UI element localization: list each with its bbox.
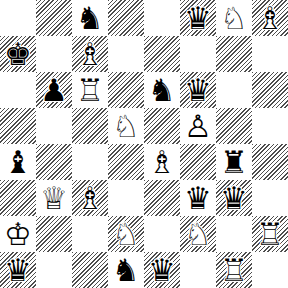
white-bishop-icon: ♗ (252, 0, 288, 36)
black-knight-icon: ♞ (72, 0, 108, 36)
square-f2[interactable]: ♞♘ (180, 216, 216, 252)
black-queen-icon: ♛ (180, 72, 216, 108)
square-d3[interactable] (108, 180, 144, 216)
square-f8[interactable]: ♛♛ (180, 0, 216, 36)
square-h3[interactable] (252, 180, 288, 216)
black-king-icon: ♚ (0, 36, 36, 72)
square-d8[interactable] (108, 0, 144, 36)
square-h8[interactable]: ♝♗ (252, 0, 288, 36)
square-d7[interactable] (108, 36, 144, 72)
square-e7[interactable] (144, 36, 180, 72)
square-h1[interactable] (252, 252, 288, 288)
square-a7[interactable]: ♚♚ (0, 36, 36, 72)
square-b4[interactable] (36, 144, 72, 180)
square-c5[interactable] (72, 108, 108, 144)
square-g2[interactable] (216, 216, 252, 252)
black-pawn-icon: ♟ (36, 72, 72, 108)
white-knight-icon: ♘ (216, 0, 252, 36)
square-e3[interactable] (144, 180, 180, 216)
black-bishop-icon: ♝ (0, 144, 36, 180)
square-f7[interactable] (180, 36, 216, 72)
square-h6[interactable] (252, 72, 288, 108)
chess-board: ♞♞♛♛♞♘♝♗♚♚♝♗♟♟♜♖♞♞♛♛♞♘♟♙♝♝♝♗♜♜♛♕♝♗♛♛♛♛♚♔… (0, 0, 288, 288)
square-e4[interactable]: ♝♗ (144, 144, 180, 180)
square-b6[interactable]: ♟♟ (36, 72, 72, 108)
white-queen-icon: ♕ (36, 180, 72, 216)
square-h7[interactable] (252, 36, 288, 72)
black-rook-icon: ♜ (216, 144, 252, 180)
square-g5[interactable] (216, 108, 252, 144)
square-g1[interactable]: ♜♖ (216, 252, 252, 288)
square-a8[interactable] (0, 0, 36, 36)
square-a5[interactable] (0, 108, 36, 144)
square-c2[interactable] (72, 216, 108, 252)
white-knight-icon: ♘ (108, 108, 144, 144)
square-f4[interactable] (180, 144, 216, 180)
white-bishop-icon: ♗ (72, 36, 108, 72)
square-b2[interactable] (36, 216, 72, 252)
square-d1[interactable]: ♞♞ (108, 252, 144, 288)
chess-diagram: ♞♞♛♛♞♘♝♗♚♚♝♗♟♟♜♖♞♞♛♛♞♘♟♙♝♝♝♗♜♜♛♕♝♗♛♛♛♛♚♔… (0, 0, 288, 288)
square-f5[interactable]: ♟♙ (180, 108, 216, 144)
square-f3[interactable]: ♛♛ (180, 180, 216, 216)
square-d2[interactable]: ♞♘ (108, 216, 144, 252)
black-queen-icon: ♛ (0, 252, 36, 288)
square-c8[interactable]: ♞♞ (72, 0, 108, 36)
white-rook-icon: ♖ (216, 252, 252, 288)
white-pawn-icon: ♙ (180, 108, 216, 144)
black-knight-icon: ♞ (144, 72, 180, 108)
white-knight-icon: ♘ (180, 216, 216, 252)
square-b7[interactable] (36, 36, 72, 72)
square-c3[interactable]: ♝♗ (72, 180, 108, 216)
square-d4[interactable] (108, 144, 144, 180)
square-b3[interactable]: ♛♕ (36, 180, 72, 216)
square-g4[interactable]: ♜♜ (216, 144, 252, 180)
square-a1[interactable]: ♛♛ (0, 252, 36, 288)
square-e2[interactable] (144, 216, 180, 252)
white-rook-icon: ♖ (252, 216, 288, 252)
square-c1[interactable] (72, 252, 108, 288)
white-king-icon: ♔ (0, 216, 36, 252)
square-c4[interactable] (72, 144, 108, 180)
white-bishop-icon: ♗ (72, 180, 108, 216)
square-b8[interactable] (36, 0, 72, 36)
square-g8[interactable]: ♞♘ (216, 0, 252, 36)
square-h5[interactable] (252, 108, 288, 144)
square-e8[interactable] (144, 0, 180, 36)
square-h4[interactable] (252, 144, 288, 180)
square-a4[interactable]: ♝♝ (0, 144, 36, 180)
square-c6[interactable]: ♜♖ (72, 72, 108, 108)
square-c7[interactable]: ♝♗ (72, 36, 108, 72)
square-d5[interactable]: ♞♘ (108, 108, 144, 144)
square-b1[interactable] (36, 252, 72, 288)
square-e1[interactable]: ♛♛ (144, 252, 180, 288)
square-f1[interactable] (180, 252, 216, 288)
square-d6[interactable] (108, 72, 144, 108)
black-knight-icon: ♞ (108, 252, 144, 288)
white-bishop-icon: ♗ (144, 144, 180, 180)
square-a2[interactable]: ♚♔ (0, 216, 36, 252)
white-rook-icon: ♖ (72, 72, 108, 108)
square-f6[interactable]: ♛♛ (180, 72, 216, 108)
square-g6[interactable] (216, 72, 252, 108)
white-knight-icon: ♘ (108, 216, 144, 252)
square-e6[interactable]: ♞♞ (144, 72, 180, 108)
square-a6[interactable] (0, 72, 36, 108)
square-e5[interactable] (144, 108, 180, 144)
square-g3[interactable]: ♛♛ (216, 180, 252, 216)
black-queen-icon: ♛ (180, 180, 216, 216)
black-queen-icon: ♛ (216, 180, 252, 216)
square-h2[interactable]: ♜♖ (252, 216, 288, 252)
black-queen-icon: ♛ (180, 0, 216, 36)
square-g7[interactable] (216, 36, 252, 72)
square-a3[interactable] (0, 180, 36, 216)
square-b5[interactable] (36, 108, 72, 144)
black-queen-icon: ♛ (144, 252, 180, 288)
